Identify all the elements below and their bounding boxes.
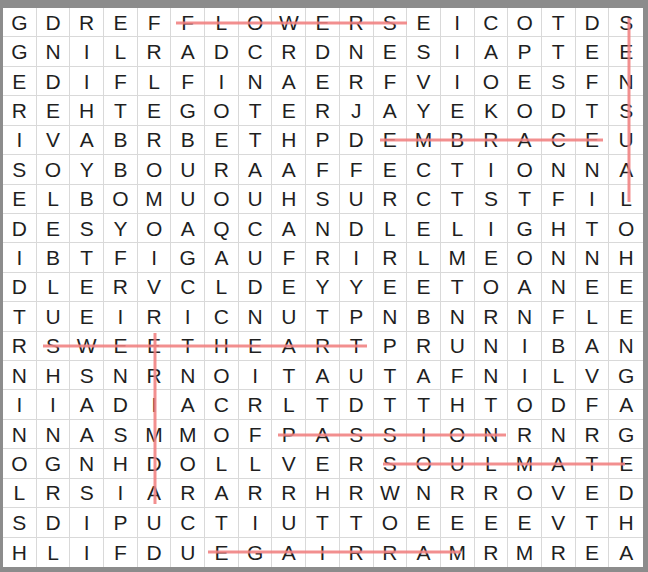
grid-cell[interactable]: U xyxy=(441,449,475,478)
grid-cell[interactable]: T xyxy=(272,361,306,390)
grid-cell[interactable]: N xyxy=(542,420,576,449)
grid-cell[interactable]: N xyxy=(475,332,509,361)
grid-cell[interactable]: L xyxy=(441,214,475,243)
grid-cell[interactable]: N xyxy=(37,420,71,449)
grid-cell[interactable]: S xyxy=(70,361,104,390)
grid-cell[interactable]: T xyxy=(306,302,340,331)
grid-cell[interactable]: S xyxy=(104,420,138,449)
grid-cell[interactable]: E xyxy=(609,449,643,478)
grid-cell[interactable]: D xyxy=(340,390,374,419)
grid-cell[interactable]: I xyxy=(171,302,205,331)
grid-cell[interactable]: A xyxy=(205,479,239,508)
grid-cell[interactable]: L xyxy=(205,273,239,302)
grid-cell[interactable]: A xyxy=(508,126,542,155)
grid-cell[interactable]: I xyxy=(104,479,138,508)
grid-cell[interactable]: B xyxy=(104,126,138,155)
grid-cell[interactable]: I xyxy=(475,214,509,243)
grid-cell[interactable]: J xyxy=(340,96,374,125)
grid-cell[interactable]: S xyxy=(37,332,71,361)
grid-cell[interactable]: R xyxy=(340,449,374,478)
grid-cell[interactable]: R xyxy=(340,67,374,96)
grid-cell[interactable]: A xyxy=(609,538,643,567)
grid-cell[interactable]: G xyxy=(3,8,37,37)
grid-cell[interactable]: I xyxy=(441,37,475,66)
grid-cell[interactable]: L xyxy=(37,538,71,567)
grid-cell[interactable]: O xyxy=(407,449,441,478)
grid-cell[interactable]: D xyxy=(239,273,273,302)
grid-cell[interactable]: D xyxy=(542,96,576,125)
grid-cell[interactable]: O xyxy=(205,96,239,125)
grid-cell[interactable]: E xyxy=(576,538,610,567)
grid-cell[interactable]: G xyxy=(508,214,542,243)
grid-cell[interactable]: I xyxy=(306,538,340,567)
grid-cell[interactable]: R xyxy=(306,96,340,125)
grid-cell[interactable]: W xyxy=(272,8,306,37)
grid-cell[interactable]: A xyxy=(374,96,408,125)
grid-cell[interactable]: I xyxy=(138,390,172,419)
grid-cell[interactable]: L xyxy=(542,361,576,390)
grid-cell[interactable]: Y xyxy=(104,214,138,243)
grid-cell[interactable]: A xyxy=(407,538,441,567)
grid-cell[interactable]: I xyxy=(3,243,37,272)
grid-cell[interactable]: G xyxy=(239,538,273,567)
grid-cell[interactable]: H xyxy=(205,332,239,361)
grid-cell[interactable]: F xyxy=(104,538,138,567)
grid-cell[interactable]: E xyxy=(138,332,172,361)
grid-cell[interactable]: U xyxy=(272,508,306,537)
grid-cell[interactable]: E xyxy=(3,185,37,214)
grid-cell[interactable]: T xyxy=(3,302,37,331)
grid-cell[interactable]: H xyxy=(306,479,340,508)
grid-cell[interactable]: P xyxy=(104,508,138,537)
grid-cell[interactable]: P xyxy=(374,332,408,361)
grid-cell[interactable]: R xyxy=(306,243,340,272)
grid-cell[interactable]: I xyxy=(70,37,104,66)
grid-cell[interactable]: N xyxy=(171,361,205,390)
grid-cell[interactable]: L xyxy=(576,302,610,331)
grid-cell[interactable]: M xyxy=(138,420,172,449)
grid-cell[interactable]: R xyxy=(70,8,104,37)
grid-cell[interactable]: E xyxy=(374,126,408,155)
grid-cell[interactable]: O xyxy=(3,449,37,478)
grid-cell[interactable]: O xyxy=(609,214,643,243)
grid-cell[interactable]: D xyxy=(37,67,71,96)
grid-cell[interactable]: S xyxy=(340,420,374,449)
grid-cell[interactable]: R xyxy=(374,243,408,272)
grid-cell[interactable]: U xyxy=(340,361,374,390)
grid-cell[interactable]: T xyxy=(306,508,340,537)
grid-cell[interactable]: C xyxy=(407,155,441,184)
grid-cell[interactable]: C xyxy=(205,390,239,419)
grid-cell[interactable]: V xyxy=(272,449,306,478)
grid-cell[interactable]: P xyxy=(306,126,340,155)
grid-cell[interactable]: N xyxy=(475,361,509,390)
grid-cell[interactable]: E xyxy=(374,155,408,184)
grid-cell[interactable]: V xyxy=(542,508,576,537)
grid-cell[interactable]: Q xyxy=(205,214,239,243)
grid-cell[interactable]: M xyxy=(407,126,441,155)
grid-cell[interactable]: O xyxy=(475,67,509,96)
grid-cell[interactable]: C xyxy=(239,214,273,243)
grid-cell[interactable]: A xyxy=(171,390,205,419)
grid-cell[interactable]: B xyxy=(441,126,475,155)
grid-cell[interactable]: O xyxy=(205,420,239,449)
grid-cell[interactable]: H xyxy=(272,185,306,214)
grid-cell[interactable]: Y xyxy=(340,273,374,302)
grid-cell[interactable]: T xyxy=(374,361,408,390)
grid-cell[interactable]: A xyxy=(609,390,643,419)
grid-cell[interactable]: A xyxy=(70,126,104,155)
grid-cell[interactable]: H xyxy=(37,361,71,390)
grid-cell[interactable]: E xyxy=(475,243,509,272)
grid-cell[interactable]: V xyxy=(138,273,172,302)
grid-cell[interactable]: U xyxy=(171,538,205,567)
grid-cell[interactable]: R xyxy=(374,538,408,567)
grid-cell[interactable]: L xyxy=(104,37,138,66)
grid-cell[interactable]: R xyxy=(272,479,306,508)
grid-cell[interactable]: E xyxy=(272,273,306,302)
grid-cell[interactable]: O xyxy=(508,8,542,37)
grid-cell[interactable]: L xyxy=(37,185,71,214)
grid-cell[interactable]: Y xyxy=(407,96,441,125)
grid-cell[interactable]: I xyxy=(138,243,172,272)
grid-cell[interactable]: L xyxy=(37,273,71,302)
grid-cell[interactable]: H xyxy=(272,126,306,155)
grid-cell[interactable]: W xyxy=(70,332,104,361)
grid-cell[interactable]: O xyxy=(508,390,542,419)
grid-cell[interactable]: D xyxy=(37,508,71,537)
grid-cell[interactable]: D xyxy=(3,214,37,243)
grid-cell[interactable]: H xyxy=(104,449,138,478)
grid-cell[interactable]: T xyxy=(576,96,610,125)
grid-cell[interactable]: I xyxy=(407,420,441,449)
grid-cell[interactable]: H xyxy=(609,508,643,537)
grid-cell[interactable]: E xyxy=(407,508,441,537)
grid-cell[interactable]: R xyxy=(374,185,408,214)
grid-cell[interactable]: F xyxy=(340,155,374,184)
grid-cell[interactable]: U xyxy=(239,185,273,214)
grid-cell[interactable]: F xyxy=(171,8,205,37)
grid-cell[interactable]: R xyxy=(306,332,340,361)
grid-cell[interactable]: A xyxy=(171,37,205,66)
grid-cell[interactable]: F xyxy=(239,420,273,449)
grid-cell[interactable]: T xyxy=(171,332,205,361)
grid-cell[interactable]: E xyxy=(609,273,643,302)
grid-cell[interactable]: C xyxy=(171,508,205,537)
grid-cell[interactable]: I xyxy=(37,390,71,419)
grid-cell[interactable]: O xyxy=(138,214,172,243)
grid-cell[interactable]: A xyxy=(272,332,306,361)
grid-cell[interactable]: U xyxy=(272,302,306,331)
grid-cell[interactable]: D xyxy=(205,37,239,66)
grid-cell[interactable]: E xyxy=(3,67,37,96)
grid-cell[interactable]: R xyxy=(340,479,374,508)
grid-cell[interactable]: O xyxy=(171,449,205,478)
grid-cell[interactable]: C xyxy=(407,185,441,214)
grid-cell[interactable]: R xyxy=(475,538,509,567)
grid-cell[interactable]: E xyxy=(104,8,138,37)
grid-cell[interactable]: R xyxy=(475,302,509,331)
grid-cell[interactable]: Y xyxy=(306,273,340,302)
grid-cell[interactable]: D xyxy=(542,390,576,419)
grid-cell[interactable]: R xyxy=(340,8,374,37)
grid-cell[interactable]: N xyxy=(407,479,441,508)
grid-cell[interactable]: P xyxy=(340,302,374,331)
grid-cell[interactable]: C xyxy=(475,8,509,37)
grid-cell[interactable]: L xyxy=(205,8,239,37)
grid-cell[interactable]: R xyxy=(104,273,138,302)
grid-cell[interactable]: I xyxy=(205,67,239,96)
grid-cell[interactable]: L xyxy=(374,214,408,243)
grid-cell[interactable]: G xyxy=(37,449,71,478)
grid-cell[interactable]: R xyxy=(37,479,71,508)
grid-cell[interactable]: H xyxy=(3,538,37,567)
grid-cell[interactable]: R xyxy=(3,332,37,361)
grid-cell[interactable]: E xyxy=(104,332,138,361)
grid-cell[interactable]: N xyxy=(609,332,643,361)
grid-cell[interactable]: A xyxy=(239,155,273,184)
grid-cell[interactable]: T xyxy=(205,508,239,537)
grid-cell[interactable]: L xyxy=(205,449,239,478)
grid-cell[interactable]: M xyxy=(508,449,542,478)
grid-cell[interactable]: A xyxy=(508,273,542,302)
grid-cell[interactable]: V xyxy=(576,361,610,390)
grid-cell[interactable]: E xyxy=(306,67,340,96)
grid-cell[interactable]: N xyxy=(374,302,408,331)
grid-cell[interactable]: H xyxy=(441,390,475,419)
grid-cell[interactable]: U xyxy=(138,508,172,537)
grid-cell[interactable]: B xyxy=(104,155,138,184)
grid-cell[interactable]: F xyxy=(576,390,610,419)
grid-cell[interactable]: A xyxy=(70,420,104,449)
grid-cell[interactable]: U xyxy=(37,302,71,331)
grid-cell[interactable]: D xyxy=(576,8,610,37)
grid-cell[interactable]: A xyxy=(306,361,340,390)
grid-cell[interactable]: I xyxy=(340,243,374,272)
grid-cell[interactable]: D xyxy=(104,390,138,419)
grid-cell[interactable]: R xyxy=(407,332,441,361)
grid-cell[interactable]: T xyxy=(239,96,273,125)
grid-cell[interactable]: N xyxy=(340,37,374,66)
grid-cell[interactable]: A xyxy=(272,67,306,96)
grid-cell[interactable]: F xyxy=(306,155,340,184)
grid-cell[interactable]: T xyxy=(542,8,576,37)
grid-cell[interactable]: I xyxy=(70,508,104,537)
grid-cell[interactable]: E xyxy=(407,214,441,243)
grid-cell[interactable]: E xyxy=(306,8,340,37)
grid-cell[interactable]: T xyxy=(441,273,475,302)
grid-cell[interactable]: U xyxy=(171,155,205,184)
grid-cell[interactable]: N xyxy=(576,243,610,272)
grid-cell[interactable]: V xyxy=(407,67,441,96)
grid-cell[interactable]: R xyxy=(475,126,509,155)
grid-cell[interactable]: O xyxy=(37,155,71,184)
grid-cell[interactable]: I xyxy=(576,185,610,214)
grid-cell[interactable]: M xyxy=(138,185,172,214)
grid-cell[interactable]: S xyxy=(475,185,509,214)
grid-cell[interactable]: N xyxy=(576,155,610,184)
grid-cell[interactable]: T xyxy=(576,449,610,478)
grid-cell[interactable]: F xyxy=(272,243,306,272)
grid-cell[interactable]: N xyxy=(542,243,576,272)
grid-cell[interactable]: K xyxy=(475,96,509,125)
grid-cell[interactable]: E xyxy=(407,8,441,37)
grid-cell[interactable]: N xyxy=(306,214,340,243)
grid-cell[interactable]: D xyxy=(3,273,37,302)
grid-cell[interactable]: N xyxy=(239,67,273,96)
grid-cell[interactable]: S xyxy=(374,449,408,478)
grid-cell[interactable]: I xyxy=(3,390,37,419)
grid-cell[interactable]: N xyxy=(70,449,104,478)
grid-cell[interactable]: D xyxy=(306,37,340,66)
grid-cell[interactable]: N xyxy=(475,420,509,449)
grid-cell[interactable]: E xyxy=(609,37,643,66)
grid-cell[interactable]: A xyxy=(576,332,610,361)
grid-cell[interactable]: H xyxy=(542,214,576,243)
grid-cell[interactable]: I xyxy=(441,8,475,37)
grid-cell[interactable]: S xyxy=(3,508,37,537)
grid-cell[interactable]: E xyxy=(576,479,610,508)
grid-cell[interactable]: B xyxy=(407,302,441,331)
grid-cell[interactable]: A xyxy=(272,155,306,184)
grid-cell[interactable]: O xyxy=(239,8,273,37)
grid-cell[interactable]: O xyxy=(508,96,542,125)
grid-cell[interactable]: U xyxy=(239,243,273,272)
grid-cell[interactable]: G xyxy=(609,361,643,390)
grid-cell[interactable]: M xyxy=(441,538,475,567)
grid-cell[interactable]: R xyxy=(138,126,172,155)
grid-cell[interactable]: S xyxy=(407,37,441,66)
grid-cell[interactable]: A xyxy=(475,37,509,66)
grid-cell[interactable]: E xyxy=(272,96,306,125)
grid-cell[interactable]: A xyxy=(70,390,104,419)
grid-cell[interactable]: P xyxy=(272,420,306,449)
grid-cell[interactable]: E xyxy=(407,273,441,302)
grid-cell[interactable]: D xyxy=(138,449,172,478)
grid-cell[interactable]: I xyxy=(508,332,542,361)
grid-cell[interactable]: R xyxy=(239,479,273,508)
grid-cell[interactable]: D xyxy=(340,214,374,243)
grid-cell[interactable]: O xyxy=(104,185,138,214)
grid-cell[interactable]: T xyxy=(374,390,408,419)
grid-cell[interactable]: R xyxy=(3,96,37,125)
grid-cell[interactable]: E xyxy=(70,273,104,302)
grid-cell[interactable]: A xyxy=(609,155,643,184)
grid-cell[interactable]: B xyxy=(37,243,71,272)
grid-cell[interactable]: U xyxy=(609,126,643,155)
grid-cell[interactable]: N xyxy=(542,155,576,184)
grid-cell[interactable]: F xyxy=(441,361,475,390)
grid-cell[interactable]: F xyxy=(138,8,172,37)
grid-cell[interactable]: L xyxy=(609,185,643,214)
grid-cell[interactable]: O xyxy=(508,479,542,508)
grid-cell[interactable]: E xyxy=(576,37,610,66)
grid-cell[interactable]: R xyxy=(542,538,576,567)
grid-cell[interactable]: N xyxy=(508,302,542,331)
grid-cell[interactable]: E xyxy=(508,508,542,537)
grid-cell[interactable]: L xyxy=(239,449,273,478)
grid-cell[interactable]: N xyxy=(609,67,643,96)
grid-cell[interactable]: T xyxy=(542,37,576,66)
grid-cell[interactable]: U xyxy=(441,332,475,361)
grid-cell[interactable]: E xyxy=(441,96,475,125)
grid-cell[interactable]: V xyxy=(37,126,71,155)
grid-cell[interactable]: U xyxy=(340,185,374,214)
grid-cell[interactable]: F xyxy=(542,302,576,331)
grid-cell[interactable]: O xyxy=(205,185,239,214)
grid-cell[interactable]: D xyxy=(340,126,374,155)
grid-cell[interactable]: F xyxy=(542,185,576,214)
grid-cell[interactable]: L xyxy=(138,67,172,96)
grid-cell[interactable]: R xyxy=(138,361,172,390)
grid-cell[interactable]: H xyxy=(609,243,643,272)
grid-cell[interactable]: A xyxy=(138,479,172,508)
grid-cell[interactable]: F xyxy=(374,67,408,96)
grid-cell[interactable]: R xyxy=(576,420,610,449)
grid-cell[interactable]: C xyxy=(542,126,576,155)
grid-cell[interactable]: G xyxy=(171,96,205,125)
grid-cell[interactable]: C xyxy=(205,302,239,331)
grid-cell[interactable]: N xyxy=(441,302,475,331)
grid-cell[interactable]: S xyxy=(3,155,37,184)
grid-cell[interactable]: A xyxy=(205,243,239,272)
grid-cell[interactable]: N xyxy=(104,361,138,390)
grid-cell[interactable]: B xyxy=(171,126,205,155)
grid-cell[interactable]: A xyxy=(542,449,576,478)
grid-cell[interactable]: T xyxy=(340,332,374,361)
grid-cell[interactable]: H xyxy=(70,96,104,125)
grid-cell[interactable]: R xyxy=(138,302,172,331)
grid-cell[interactable]: R xyxy=(205,155,239,184)
grid-cell[interactable]: O xyxy=(508,243,542,272)
grid-cell[interactable]: S xyxy=(306,185,340,214)
grid-cell[interactable]: E xyxy=(374,37,408,66)
grid-cell[interactable]: E xyxy=(576,273,610,302)
grid-cell[interactable]: L xyxy=(3,479,37,508)
grid-cell[interactable]: A xyxy=(171,214,205,243)
grid-cell[interactable]: T xyxy=(306,390,340,419)
grid-cell[interactable]: R xyxy=(171,479,205,508)
grid-cell[interactable]: C xyxy=(171,273,205,302)
grid-cell[interactable]: T xyxy=(70,243,104,272)
grid-cell[interactable]: F xyxy=(104,243,138,272)
grid-cell[interactable]: E xyxy=(37,96,71,125)
grid-cell[interactable]: M xyxy=(508,538,542,567)
grid-cell[interactable]: R xyxy=(138,37,172,66)
grid-cell[interactable]: T xyxy=(239,126,273,155)
grid-cell[interactable]: N xyxy=(37,37,71,66)
grid-cell[interactable]: I xyxy=(441,67,475,96)
grid-cell[interactable]: T xyxy=(104,96,138,125)
grid-cell[interactable]: E xyxy=(609,302,643,331)
grid-cell[interactable]: E xyxy=(205,126,239,155)
grid-cell[interactable]: T xyxy=(475,390,509,419)
grid-cell[interactable]: N xyxy=(239,302,273,331)
grid-cell[interactable]: O xyxy=(205,361,239,390)
grid-cell[interactable]: T xyxy=(340,508,374,537)
grid-cell[interactable]: D xyxy=(37,8,71,37)
grid-cell[interactable]: E xyxy=(205,538,239,567)
grid-cell[interactable]: E xyxy=(374,273,408,302)
grid-cell[interactable]: L xyxy=(272,390,306,419)
grid-cell[interactable]: R xyxy=(239,390,273,419)
grid-cell[interactable]: A xyxy=(272,214,306,243)
grid-cell[interactable]: E xyxy=(239,332,273,361)
grid-cell[interactable]: W xyxy=(374,479,408,508)
grid-cell[interactable]: N xyxy=(3,361,37,390)
grid-cell[interactable]: C xyxy=(239,37,273,66)
grid-cell[interactable]: O xyxy=(441,420,475,449)
